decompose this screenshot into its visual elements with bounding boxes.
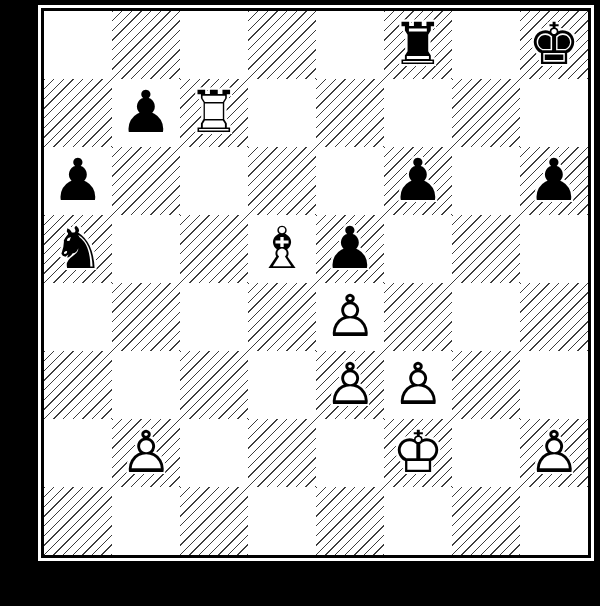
black-pawn-glyph: ♟ <box>52 147 104 214</box>
square-g4[interactable] <box>452 283 520 351</box>
square-f4[interactable] <box>384 283 452 351</box>
square-h4[interactable] <box>520 283 588 351</box>
white-pawn-glyph: ♙ <box>324 283 376 350</box>
square-e1[interactable] <box>316 487 384 555</box>
square-f6[interactable]: ♟♟ <box>384 147 452 215</box>
square-a3[interactable] <box>44 351 112 419</box>
square-e4[interactable]: ♟♙ <box>316 283 384 351</box>
square-e8[interactable] <box>316 11 384 79</box>
square-f7[interactable] <box>384 79 452 147</box>
black-rook[interactable]: ♜♜ <box>384 11 452 79</box>
white-pawn-glyph: ♙ <box>528 419 580 486</box>
square-d7[interactable] <box>248 79 316 147</box>
square-a6[interactable]: ♟♟ <box>44 147 112 215</box>
square-f8[interactable]: ♜♜ <box>384 11 452 79</box>
board-margin: ♜♜♚♚♟♟♜♖♟♟♟♟♟♟♞♞♝♗♟♟♟♙♟♙♟♙♟♙♚♔♟♙ <box>38 5 594 561</box>
square-c3[interactable] <box>180 351 248 419</box>
square-e5[interactable]: ♟♟ <box>316 215 384 283</box>
square-b5[interactable] <box>112 215 180 283</box>
square-d4[interactable] <box>248 283 316 351</box>
white-pawn-glyph: ♙ <box>392 351 444 418</box>
chess-board: ♜♜♚♚♟♟♜♖♟♟♟♟♟♟♞♞♝♗♟♟♟♙♟♙♟♙♟♙♚♔♟♙ <box>44 11 588 555</box>
square-h5[interactable] <box>520 215 588 283</box>
black-king-glyph: ♚ <box>528 11 580 78</box>
square-d8[interactable] <box>248 11 316 79</box>
square-d3[interactable] <box>248 351 316 419</box>
square-g8[interactable] <box>452 11 520 79</box>
square-h6[interactable]: ♟♟ <box>520 147 588 215</box>
square-f1[interactable] <box>384 487 452 555</box>
black-pawn[interactable]: ♟♟ <box>44 147 112 215</box>
white-pawn[interactable]: ♟♙ <box>316 351 384 419</box>
square-b4[interactable] <box>112 283 180 351</box>
black-pawn-glyph: ♟ <box>392 147 444 214</box>
square-b1[interactable] <box>112 487 180 555</box>
white-pawn-glyph: ♙ <box>120 419 172 486</box>
black-pawn-glyph: ♟ <box>528 147 580 214</box>
square-g2[interactable] <box>452 419 520 487</box>
white-pawn[interactable]: ♟♙ <box>112 419 180 487</box>
square-g6[interactable] <box>452 147 520 215</box>
square-f3[interactable]: ♟♙ <box>384 351 452 419</box>
black-knight-glyph: ♞ <box>52 215 104 282</box>
white-rook-glyph: ♖ <box>188 79 240 146</box>
black-knight[interactable]: ♞♞ <box>44 215 112 283</box>
square-b3[interactable] <box>112 351 180 419</box>
white-bishop[interactable]: ♝♗ <box>248 215 316 283</box>
black-pawn[interactable]: ♟♟ <box>112 79 180 147</box>
square-d1[interactable] <box>248 487 316 555</box>
square-c5[interactable] <box>180 215 248 283</box>
square-b6[interactable] <box>112 147 180 215</box>
black-king[interactable]: ♚♚ <box>520 11 588 79</box>
square-c2[interactable] <box>180 419 248 487</box>
square-h8[interactable]: ♚♚ <box>520 11 588 79</box>
square-d5[interactable]: ♝♗ <box>248 215 316 283</box>
square-e7[interactable] <box>316 79 384 147</box>
square-b2[interactable]: ♟♙ <box>112 419 180 487</box>
black-pawn[interactable]: ♟♟ <box>384 147 452 215</box>
square-h2[interactable]: ♟♙ <box>520 419 588 487</box>
white-pawn[interactable]: ♟♙ <box>316 283 384 351</box>
square-g1[interactable] <box>452 487 520 555</box>
white-king[interactable]: ♚♔ <box>384 419 452 487</box>
square-b7[interactable]: ♟♟ <box>112 79 180 147</box>
white-pawn[interactable]: ♟♙ <box>384 351 452 419</box>
white-pawn[interactable]: ♟♙ <box>520 419 588 487</box>
square-c1[interactable] <box>180 487 248 555</box>
square-h7[interactable] <box>520 79 588 147</box>
square-h3[interactable] <box>520 351 588 419</box>
square-g5[interactable] <box>452 215 520 283</box>
white-pawn-glyph: ♙ <box>324 351 376 418</box>
square-f2[interactable]: ♚♔ <box>384 419 452 487</box>
square-a5[interactable]: ♞♞ <box>44 215 112 283</box>
square-a8[interactable] <box>44 11 112 79</box>
black-pawn-glyph: ♟ <box>120 79 172 146</box>
square-d6[interactable] <box>248 147 316 215</box>
black-pawn-glyph: ♟ <box>324 215 376 282</box>
white-king-glyph: ♔ <box>392 419 444 486</box>
black-rook-glyph: ♜ <box>392 11 444 78</box>
square-f5[interactable] <box>384 215 452 283</box>
square-a4[interactable] <box>44 283 112 351</box>
board-frame: ♜♜♚♚♟♟♜♖♟♟♟♟♟♟♞♞♝♗♟♟♟♙♟♙♟♙♟♙♚♔♟♙ <box>41 8 591 558</box>
square-e6[interactable] <box>316 147 384 215</box>
white-bishop-glyph: ♗ <box>256 215 308 282</box>
square-c7[interactable]: ♜♖ <box>180 79 248 147</box>
square-g3[interactable] <box>452 351 520 419</box>
square-a2[interactable] <box>44 419 112 487</box>
square-e3[interactable]: ♟♙ <box>316 351 384 419</box>
square-e2[interactable] <box>316 419 384 487</box>
square-c4[interactable] <box>180 283 248 351</box>
black-pawn[interactable]: ♟♟ <box>316 215 384 283</box>
square-h1[interactable] <box>520 487 588 555</box>
white-rook[interactable]: ♜♖ <box>180 79 248 147</box>
square-a1[interactable] <box>44 487 112 555</box>
square-a7[interactable] <box>44 79 112 147</box>
square-c8[interactable] <box>180 11 248 79</box>
square-g7[interactable] <box>452 79 520 147</box>
black-pawn[interactable]: ♟♟ <box>520 147 588 215</box>
square-b8[interactable] <box>112 11 180 79</box>
square-d2[interactable] <box>248 419 316 487</box>
square-c6[interactable] <box>180 147 248 215</box>
